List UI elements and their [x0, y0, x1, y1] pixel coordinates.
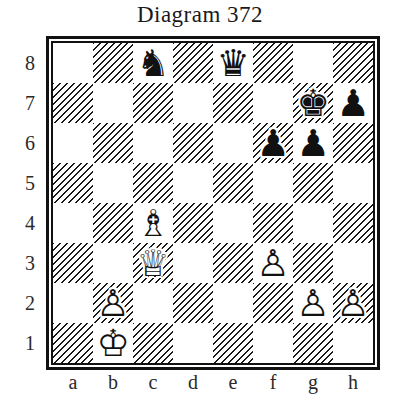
square-g1[interactable]	[293, 323, 333, 363]
square-g2[interactable]: ♟♙	[293, 283, 333, 323]
square-f7[interactable]	[253, 83, 293, 123]
piece-black-pawn[interactable]: ♟♟	[293, 123, 333, 163]
black-king-icon: ♚	[293, 83, 333, 123]
white-bishop-icon: ♗	[133, 203, 173, 243]
square-a6[interactable]	[53, 123, 93, 163]
piece-white-pawn[interactable]: ♟♙	[293, 283, 333, 323]
file-label-e: e	[213, 368, 253, 396]
square-f3[interactable]: ♟♙	[253, 243, 293, 283]
rank-label-8: 8	[18, 43, 42, 83]
file-label-b: b	[93, 368, 133, 396]
square-a1[interactable]	[53, 323, 93, 363]
square-b8[interactable]	[93, 43, 133, 83]
piece-black-king[interactable]: ♚♚	[293, 83, 333, 123]
piece-white-pawn[interactable]: ♟♙	[333, 283, 373, 323]
square-g6[interactable]: ♟♟	[293, 123, 333, 163]
square-e6[interactable]	[213, 123, 253, 163]
white-pawn-icon: ♙	[333, 283, 373, 323]
rank-label-4: 4	[18, 203, 42, 243]
piece-white-bishop[interactable]: ♝♗	[133, 203, 173, 243]
square-g7[interactable]: ♚♚	[293, 83, 333, 123]
square-g8[interactable]	[293, 43, 333, 83]
square-c7[interactable]	[133, 83, 173, 123]
square-a5[interactable]	[53, 163, 93, 203]
rank-label-2: 2	[18, 283, 42, 323]
piece-white-king[interactable]: ♚♔	[93, 323, 133, 363]
rank-label-5: 5	[18, 163, 42, 203]
black-pawn-icon: ♟	[293, 123, 333, 163]
black-knight-icon: ♞	[133, 43, 173, 83]
black-queen-icon: ♛	[213, 43, 253, 83]
diagram-page: Diagram 372 87654321 ♞♞♛♛♚♚♟♟♟♟♟♟♝♗♛♕♟♙♟…	[0, 0, 400, 400]
piece-white-pawn[interactable]: ♟♙	[253, 243, 293, 283]
square-f1[interactable]	[253, 323, 293, 363]
square-c2[interactable]	[133, 283, 173, 323]
board-frame: ♞♞♛♛♚♚♟♟♟♟♟♟♝♗♛♕♟♙♟♙♟♙♟♙♚♔	[46, 36, 380, 370]
piece-white-pawn[interactable]: ♟♙	[93, 283, 133, 323]
square-c5[interactable]	[133, 163, 173, 203]
white-king-icon: ♔	[93, 323, 133, 363]
file-label-g: g	[293, 368, 333, 396]
square-h4[interactable]	[333, 203, 373, 243]
square-f5[interactable]	[253, 163, 293, 203]
square-c3[interactable]: ♛♕	[133, 243, 173, 283]
board-inner-border: ♞♞♛♛♚♚♟♟♟♟♟♟♝♗♛♕♟♙♟♙♟♙♟♙♚♔	[51, 41, 375, 365]
square-h3[interactable]	[333, 243, 373, 283]
square-d2[interactable]	[173, 283, 213, 323]
square-d6[interactable]	[173, 123, 213, 163]
square-e7[interactable]	[213, 83, 253, 123]
square-h1[interactable]	[333, 323, 373, 363]
square-a2[interactable]	[53, 283, 93, 323]
white-pawn-icon: ♙	[293, 283, 333, 323]
square-d5[interactable]	[173, 163, 213, 203]
square-c1[interactable]	[133, 323, 173, 363]
square-g3[interactable]	[293, 243, 333, 283]
piece-black-pawn[interactable]: ♟♟	[333, 83, 373, 123]
piece-black-pawn[interactable]: ♟♟	[253, 123, 293, 163]
rank-label-1: 1	[18, 323, 42, 363]
square-e5[interactable]	[213, 163, 253, 203]
white-queen-icon: ♕	[133, 243, 173, 283]
square-b2[interactable]: ♟♙	[93, 283, 133, 323]
square-a8[interactable]	[53, 43, 93, 83]
square-e2[interactable]	[213, 283, 253, 323]
square-h2[interactable]: ♟♙	[333, 283, 373, 323]
square-c8[interactable]: ♞♞	[133, 43, 173, 83]
square-h7[interactable]: ♟♟	[333, 83, 373, 123]
file-labels: abcdefgh	[53, 368, 373, 396]
chess-board: ♞♞♛♛♚♚♟♟♟♟♟♟♝♗♛♕♟♙♟♙♟♙♟♙♚♔	[53, 43, 373, 363]
file-label-c: c	[133, 368, 173, 396]
square-f6[interactable]: ♟♟	[253, 123, 293, 163]
square-e3[interactable]	[213, 243, 253, 283]
square-b4[interactable]	[93, 203, 133, 243]
file-label-f: f	[253, 368, 293, 396]
square-d8[interactable]	[173, 43, 213, 83]
square-b5[interactable]	[93, 163, 133, 203]
square-d7[interactable]	[173, 83, 213, 123]
square-a4[interactable]	[53, 203, 93, 243]
square-a3[interactable]	[53, 243, 93, 283]
square-f4[interactable]	[253, 203, 293, 243]
file-label-d: d	[173, 368, 213, 396]
square-e1[interactable]	[213, 323, 253, 363]
diagram-title: Diagram 372	[0, 2, 400, 28]
rank-label-6: 6	[18, 123, 42, 163]
square-b7[interactable]	[93, 83, 133, 123]
black-pawn-icon: ♟	[333, 83, 373, 123]
file-label-a: a	[53, 368, 93, 396]
square-h5[interactable]	[333, 163, 373, 203]
square-b1[interactable]: ♚♔	[93, 323, 133, 363]
square-f8[interactable]	[253, 43, 293, 83]
square-d1[interactable]	[173, 323, 213, 363]
square-h6[interactable]	[333, 123, 373, 163]
square-h8[interactable]	[333, 43, 373, 83]
square-b3[interactable]	[93, 243, 133, 283]
white-pawn-icon: ♙	[253, 243, 293, 283]
rank-labels: 87654321	[18, 43, 42, 363]
square-g4[interactable]	[293, 203, 333, 243]
file-label-h: h	[333, 368, 373, 396]
white-pawn-icon: ♙	[93, 283, 133, 323]
square-c4[interactable]: ♝♗	[133, 203, 173, 243]
square-e8[interactable]: ♛♛	[213, 43, 253, 83]
square-f2[interactable]	[253, 283, 293, 323]
square-g5[interactable]	[293, 163, 333, 203]
square-d3[interactable]	[173, 243, 213, 283]
square-b6[interactable]	[93, 123, 133, 163]
piece-black-queen[interactable]: ♛♛	[213, 43, 253, 83]
square-d4[interactable]	[173, 203, 213, 243]
square-e4[interactable]	[213, 203, 253, 243]
rank-label-3: 3	[18, 243, 42, 283]
black-pawn-icon: ♟	[253, 123, 293, 163]
piece-black-knight[interactable]: ♞♞	[133, 43, 173, 83]
square-a7[interactable]	[53, 83, 93, 123]
rank-label-7: 7	[18, 83, 42, 123]
square-c6[interactable]	[133, 123, 173, 163]
piece-white-queen[interactable]: ♛♕	[133, 243, 173, 283]
